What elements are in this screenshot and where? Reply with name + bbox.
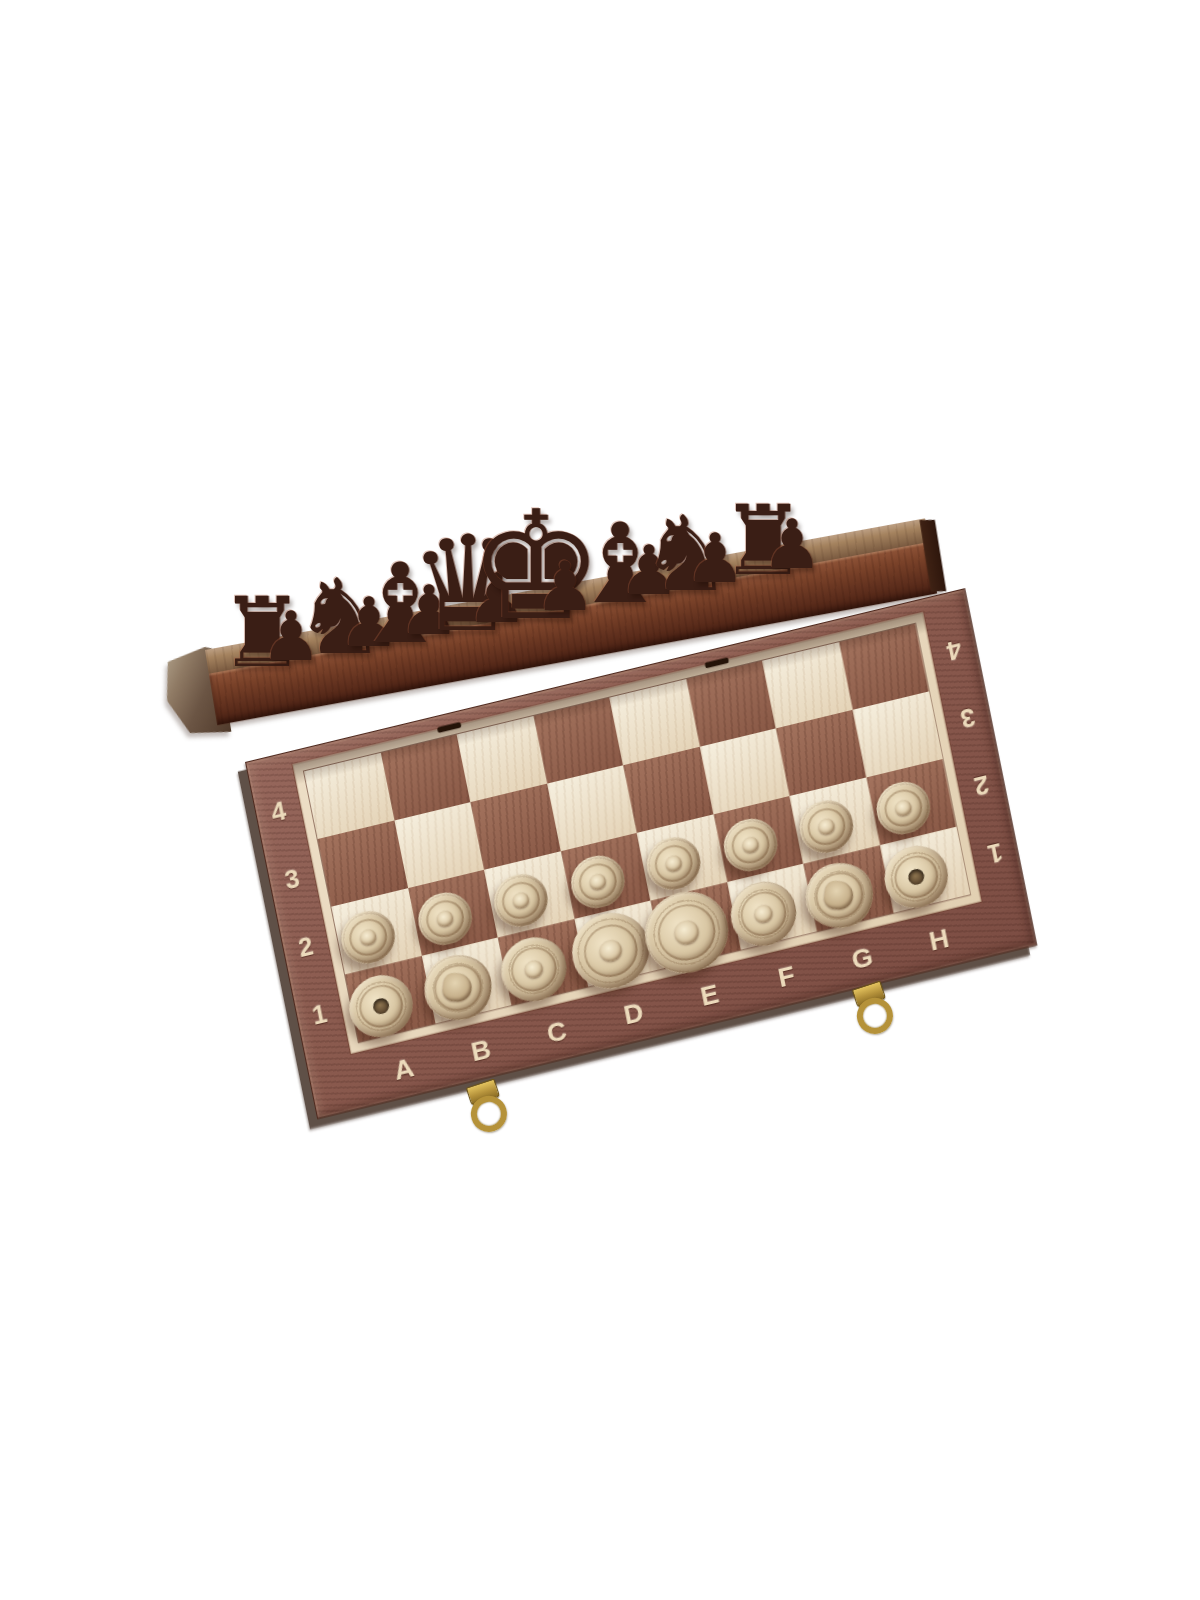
brass-clasp-icon [454,1075,521,1146]
product-photo-chess-set: ♜ ♟ ♞ ♟ ♝ ♟ ♛ ♟ ♚ ♟ ♝ ♟ ♞ ♟ ♜ ♟ [0,0,1200,1600]
black-pawn: ♟ [762,511,823,579]
